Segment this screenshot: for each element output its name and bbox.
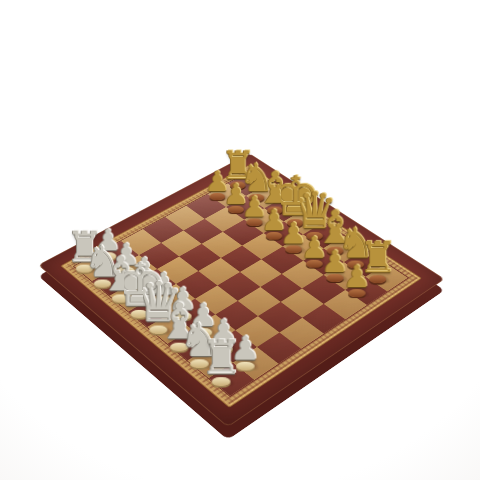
knight-icon: ♞	[239, 159, 274, 196]
turned-wood-piece-base	[306, 232, 322, 240]
square-f6	[223, 220, 263, 245]
turned-wood-piece-base	[287, 219, 303, 227]
rook-icon: ♜	[221, 147, 256, 184]
pawn-icon: ♟	[242, 194, 268, 221]
queen-icon: ♛	[292, 188, 337, 236]
square-d6	[262, 247, 303, 274]
square-e7: ♟	[263, 221, 303, 247]
black-bishop-f8: ♝	[262, 168, 290, 214]
square-e8: ♚	[284, 209, 324, 234]
bishop-icon: ♝	[256, 168, 295, 209]
piece-contact-shadow	[250, 190, 275, 206]
square-h7: ♟	[208, 183, 246, 207]
king-icon: ♚	[270, 170, 319, 222]
square-h8: ♜	[228, 173, 266, 196]
square-g6	[205, 207, 244, 232]
photo-stage: ♜♞♝♚♛♝♞♜♟♟♟♟♟♟♟♟♟♟♟♟♟♟♟♟♜♞♝♚♛♝♞♜	[0, 0, 480, 480]
bishop-icon: ♝	[315, 206, 356, 249]
turned-wood-piece-base	[348, 288, 365, 296]
black-knight-g8: ♞	[243, 159, 270, 201]
square-f4	[180, 244, 221, 271]
black-pawn-d7: ♟	[280, 220, 309, 253]
square-h6	[187, 194, 226, 218]
piece-contact-shadow	[267, 227, 293, 244]
turned-wood-piece-base	[231, 181, 247, 188]
pawn-icon: ♟	[224, 181, 249, 208]
square-e6	[242, 233, 283, 259]
black-queen-d8: ♛	[300, 188, 329, 241]
turned-wood-piece-base	[266, 231, 282, 239]
square-g4	[161, 230, 201, 256]
piece-contact-shadow	[287, 215, 313, 231]
black-rook-h8: ♜	[225, 147, 252, 188]
rook-icon: ♜	[200, 336, 242, 380]
turned-wood-piece-base	[228, 205, 244, 213]
chessboard: ♜♞♝♚♛♝♞♜♟♟♟♟♟♟♟♟♟♟♟♟♟♟♟♟♜♞♝♚♛♝♞♜	[38, 153, 445, 427]
pawn-icon: ♟	[281, 220, 307, 248]
piece-contact-shadow	[229, 201, 254, 217]
piece-contact-shadow	[248, 214, 274, 230]
square-g8: ♞	[246, 185, 285, 209]
black-pawn-h7: ♟	[204, 169, 231, 200]
square-f7: ♟	[244, 208, 284, 233]
turned-wood-piece-base	[210, 192, 226, 199]
black-king-e8: ♚	[281, 170, 309, 226]
black-pawn-e7: ♟	[260, 206, 289, 238]
piece-contact-shadow	[211, 189, 236, 205]
turned-wood-piece-base	[286, 245, 303, 253]
square-h5	[165, 206, 204, 231]
square-d7: ♟	[283, 234, 324, 260]
white-rook-a1: ♜	[205, 336, 238, 386]
square-f5	[202, 232, 242, 258]
square-h4	[143, 217, 183, 242]
black-pawn-f7: ♟	[241, 194, 269, 226]
piece-contact-shadow	[231, 178, 255, 193]
turned-wood-piece-base	[267, 206, 283, 214]
black-pawn-a7: ♟	[342, 262, 372, 296]
piece-contact-shadow	[286, 241, 312, 258]
pawn-icon: ♟	[261, 206, 287, 234]
square-g5	[183, 218, 223, 243]
black-pawn-g7: ♟	[222, 181, 250, 213]
pawn-icon: ♟	[343, 262, 371, 291]
square-e5	[221, 245, 262, 272]
board-scene: ♜♞♝♚♛♝♞♜♟♟♟♟♟♟♟♟♟♟♟♟♟♟♟♟♜♞♝♚♛♝♞♜	[0, 0, 480, 480]
square-f8: ♝	[265, 197, 304, 221]
turned-wood-piece-base	[247, 218, 263, 226]
turned-wood-piece-base	[249, 194, 265, 201]
square-g7: ♟	[226, 196, 265, 220]
piece-contact-shadow	[268, 203, 293, 219]
turned-wood-piece-base	[211, 377, 230, 386]
pawn-icon: ♟	[205, 169, 230, 195]
